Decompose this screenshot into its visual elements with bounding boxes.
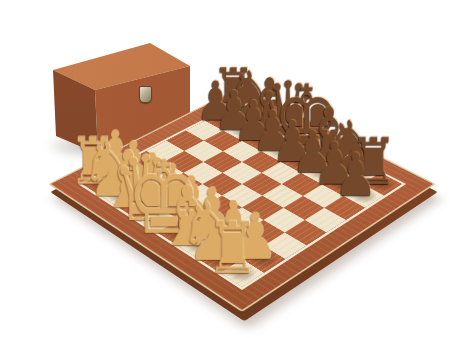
chess-set-photo: ♜♞♝♛♚♝♞♜♟♟♟♟♟♟♟♟♟♟♟♟♟♟♟♟♜♞♝♛♚♝♞♜: [0, 0, 450, 338]
square-h1: ♜: [220, 259, 264, 287]
board-scene: ♜♞♝♛♚♝♞♜♟♟♟♟♟♟♟♟♟♟♟♟♟♟♟♟♜♞♝♛♚♝♞♜: [0, 0, 450, 338]
chess-board: ♜♞♝♛♚♝♞♜♟♟♟♟♟♟♟♟♟♟♟♟♟♟♟♟♜♞♝♛♚♝♞♜: [48, 86, 435, 312]
piece-black-pawn: ♟: [334, 150, 377, 200]
piece-white-rook: ♜: [206, 219, 258, 280]
playing-area: ♜♞♝♛♚♝♞♜♟♟♟♟♟♟♟♟♟♟♟♟♟♟♟♟♜♞♝♛♚♝♞♜: [78, 99, 406, 290]
